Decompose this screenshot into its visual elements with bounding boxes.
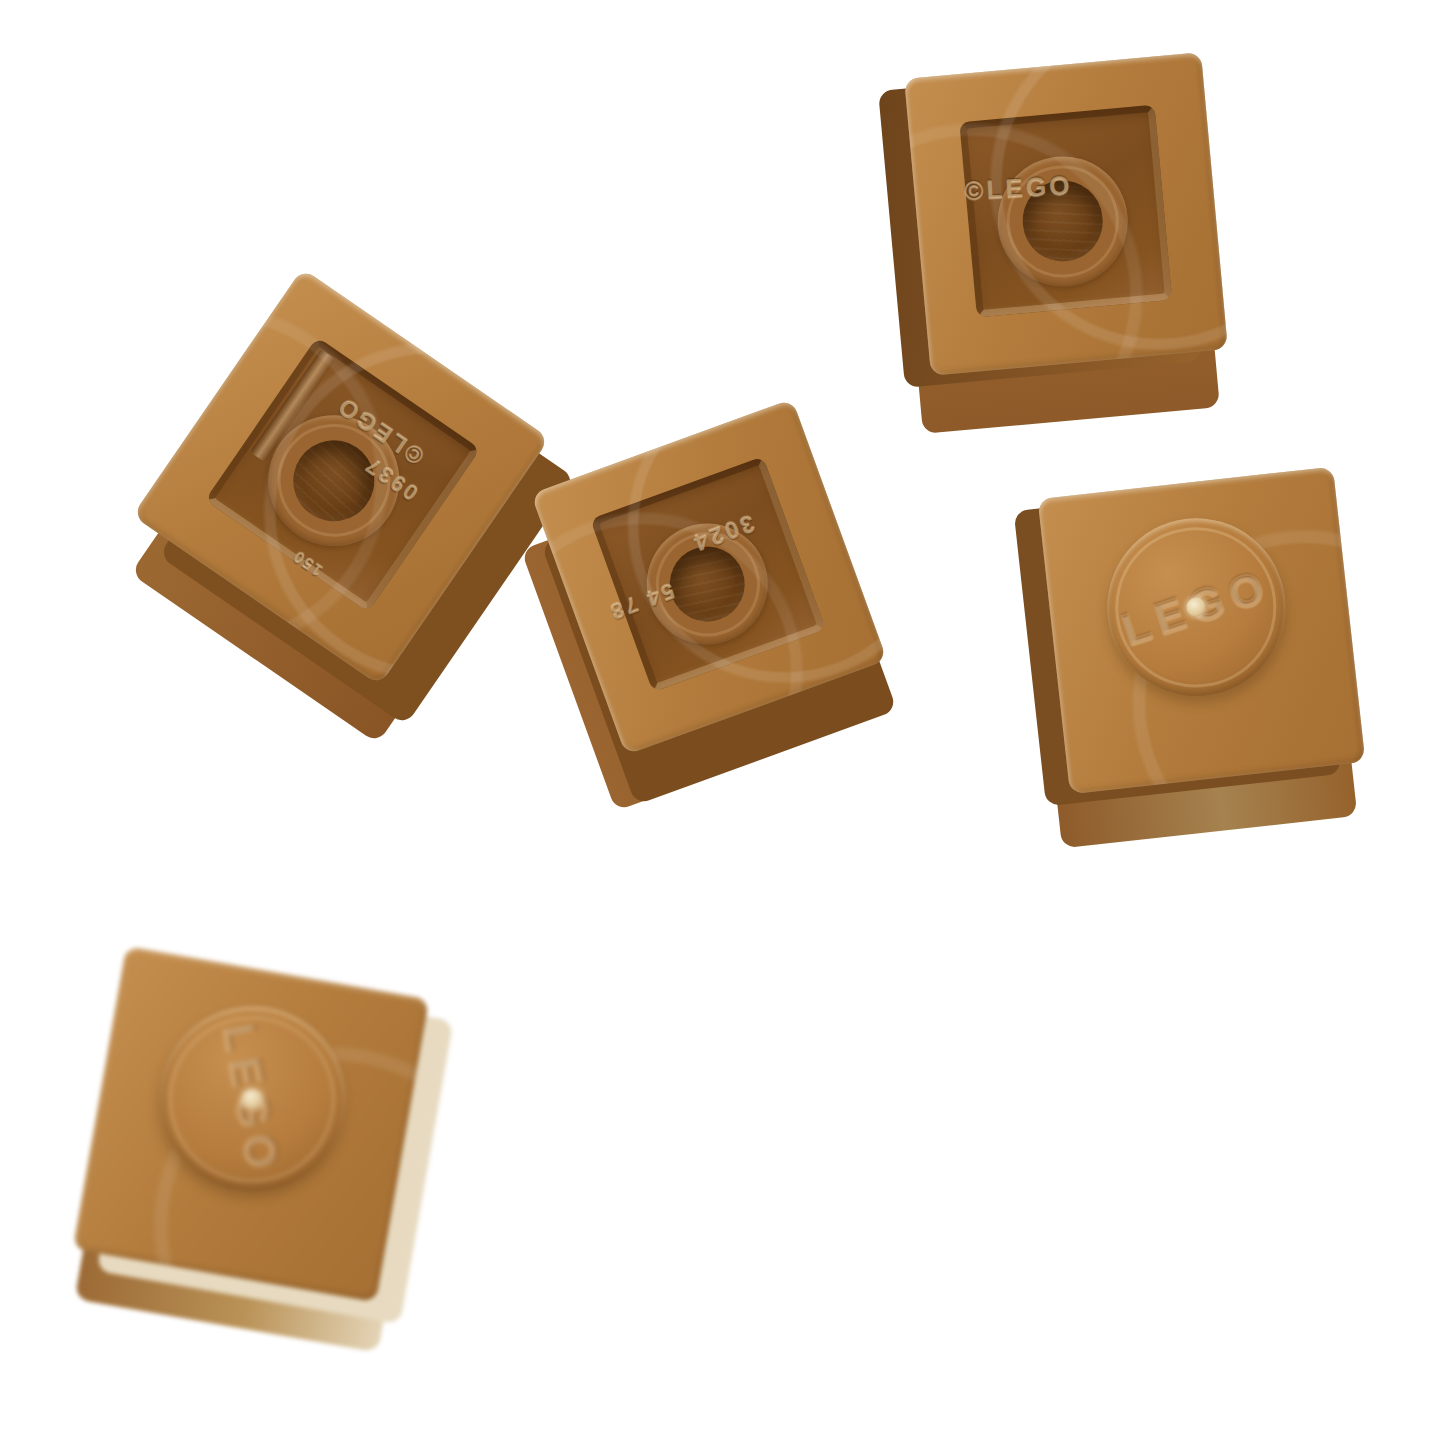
underside-tube-ring xyxy=(992,151,1133,292)
lego-plate-underside-center: 3024 54 78 xyxy=(531,399,887,755)
plate-top-face: LEGO xyxy=(1037,466,1365,794)
injection-point-mark xyxy=(240,1087,264,1111)
underside-tube-hole xyxy=(277,424,390,537)
lego-plates-photo: ©LEGO ©LEGO 0937 150 xyxy=(0,0,1445,1445)
injection-point-mark xyxy=(1185,596,1207,618)
plate-top-face: LEGO xyxy=(73,946,430,1303)
lego-plate-underside-top-right: ©LEGO xyxy=(904,52,1228,376)
underside-tube-ring xyxy=(243,390,425,572)
lego-plate-underside-left: ©LEGO 0937 150 xyxy=(132,268,549,685)
underside-recess xyxy=(590,457,825,692)
underside-tube-hole xyxy=(660,536,756,632)
underside-recess xyxy=(959,104,1173,318)
underside-recess xyxy=(205,337,480,612)
plate-underside-face: ©LEGO xyxy=(904,52,1228,376)
underside-tube-hole xyxy=(1019,177,1106,264)
lego-plate-stud-up-bottom-left: LEGO xyxy=(73,946,430,1303)
plate-underside-face: ©LEGO 0937 150 xyxy=(132,268,549,685)
stud: LEGO xyxy=(1097,508,1294,705)
underside-tube-ring xyxy=(630,507,785,662)
lego-plate-stud-up-right: LEGO xyxy=(1037,466,1365,794)
stud: LEGO xyxy=(145,992,359,1206)
